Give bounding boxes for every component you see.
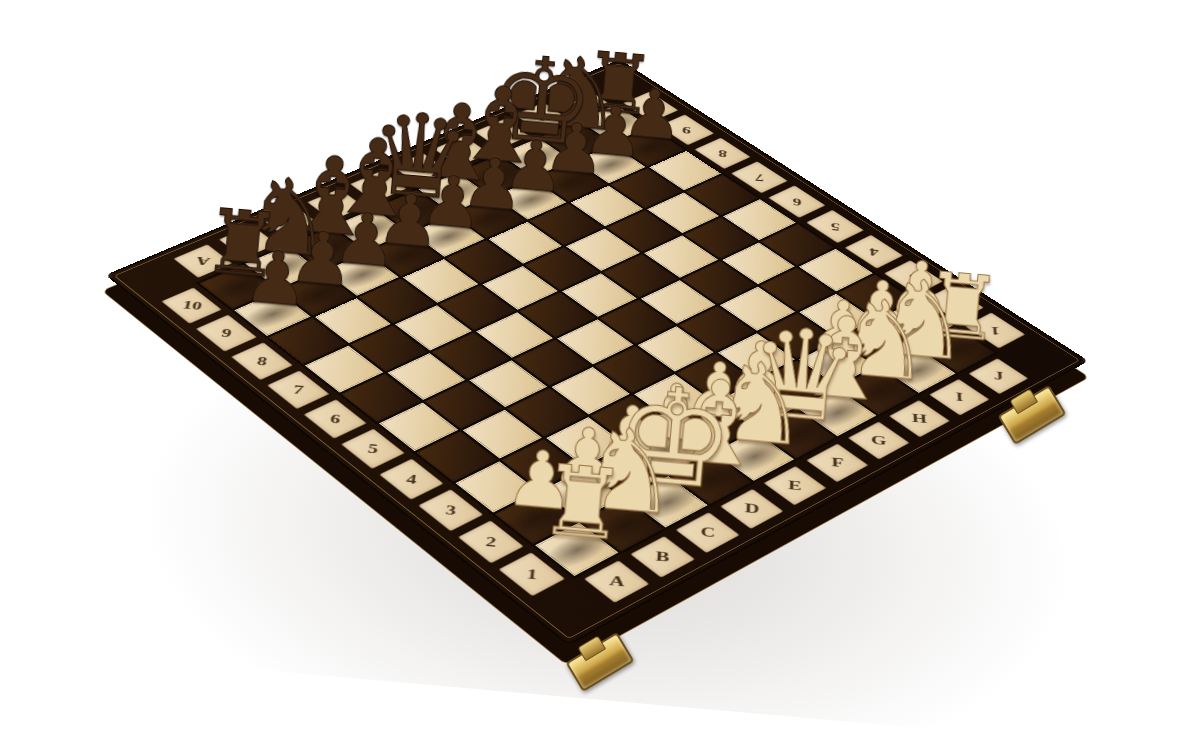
coord-label-9: 9 (196, 314, 258, 352)
board-tilt-wrapper: ABCDEFGHIJ ABCDEFGHIJ 10987654321 109876… (221, 0, 973, 694)
black-pawn-A9[interactable]: ♟ (241, 241, 312, 316)
product-photo-stage: ABCDEFGHIJ ABCDEFGHIJ 10987654321 109876… (0, 0, 1200, 752)
white-rook-A1[interactable]: ♜ (535, 454, 629, 553)
coord-label-I: I (929, 379, 990, 416)
play-grid: ♜♞♝♝♛♝♝♚♞♜♟♟♟♟♟♟♟♟♟♟♟♟♟♟♟♟♟♟♟♜♞♚♝♞♛♝♞♞♜ (195, 103, 998, 579)
square-F5[interactable] (599, 299, 675, 344)
square-B7[interactable] (351, 325, 428, 371)
